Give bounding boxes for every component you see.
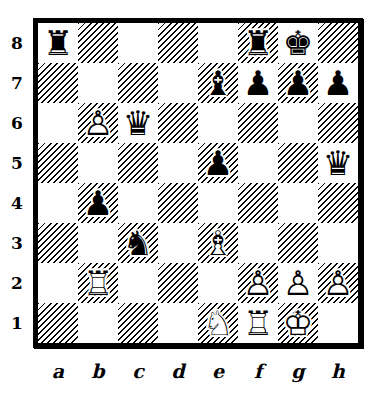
- piece-black-pawn-h7: ♟♟: [318, 63, 358, 103]
- white-pawn-icon: ♙: [278, 263, 318, 303]
- square-h4: [318, 183, 358, 223]
- chess-board: ♜♜♜♜♚♚♝♝♟♟♟♟♟♟♟♙♛♛♟♟♛♛♟♟♞♞♝♗♜♖♟♙♟♙♟♙♞♘♜♖…: [38, 23, 358, 343]
- square-b2: ♜♖: [78, 263, 118, 303]
- rank-label-5: 5: [6, 143, 28, 183]
- black-pawn-icon: ♟: [238, 63, 278, 103]
- black-rook-icon: ♜: [238, 23, 278, 63]
- square-f5: [238, 143, 278, 183]
- file-label-c: c: [118, 357, 158, 385]
- square-a3: [38, 223, 78, 263]
- piece-black-pawn-g7: ♟♟: [278, 63, 318, 103]
- square-c5: [118, 143, 158, 183]
- square-f2: ♟♙: [238, 263, 278, 303]
- piece-white-pawn-f2: ♟♙: [238, 263, 278, 303]
- black-pawn-icon: ♟: [78, 183, 118, 223]
- square-a8: ♜♜: [38, 23, 78, 63]
- file-label-b: b: [78, 357, 118, 385]
- rank-label-4: 4: [6, 183, 28, 223]
- black-queen-icon: ♛: [118, 103, 158, 143]
- square-h7: ♟♟: [318, 63, 358, 103]
- square-d7: [158, 63, 198, 103]
- square-h3: [318, 223, 358, 263]
- rank-label-3: 3: [6, 223, 28, 263]
- rank-label-7: 7: [6, 63, 28, 103]
- square-c3: ♞♞: [118, 223, 158, 263]
- square-b3: [78, 223, 118, 263]
- piece-black-rook-f8: ♜♜: [238, 23, 278, 63]
- square-g5: [278, 143, 318, 183]
- square-c1: [118, 303, 158, 343]
- black-king-icon: ♚: [278, 23, 318, 63]
- square-e7: ♝♝: [198, 63, 238, 103]
- file-label-d: d: [158, 357, 198, 385]
- piece-black-pawn-e5: ♟♟: [198, 143, 238, 183]
- black-pawn-icon: ♟: [278, 63, 318, 103]
- file-label-e: e: [198, 357, 238, 385]
- square-b1: [78, 303, 118, 343]
- square-a6: [38, 103, 78, 143]
- square-h2: ♟♙: [318, 263, 358, 303]
- square-f3: [238, 223, 278, 263]
- square-e6: [198, 103, 238, 143]
- square-g4: [278, 183, 318, 223]
- square-c2: [118, 263, 158, 303]
- square-e5: ♟♟: [198, 143, 238, 183]
- square-b4: ♟♟: [78, 183, 118, 223]
- piece-black-queen-h5: ♛♛: [318, 143, 358, 183]
- square-f6: [238, 103, 278, 143]
- square-d6: [158, 103, 198, 143]
- square-b5: [78, 143, 118, 183]
- piece-black-rook-a8: ♜♜: [38, 23, 78, 63]
- square-d1: [158, 303, 198, 343]
- square-e4: [198, 183, 238, 223]
- piece-white-king-g1: ♚♔: [278, 303, 318, 343]
- square-c8: [118, 23, 158, 63]
- black-pawn-icon: ♟: [198, 143, 238, 183]
- square-b7: [78, 63, 118, 103]
- piece-white-knight-e1: ♞♘: [198, 303, 238, 343]
- square-g7: ♟♟: [278, 63, 318, 103]
- piece-white-pawn-b6: ♟♙: [78, 103, 118, 143]
- square-b8: [78, 23, 118, 63]
- square-e3: ♝♗: [198, 223, 238, 263]
- square-c4: [118, 183, 158, 223]
- square-d4: [158, 183, 198, 223]
- file-label-a: a: [38, 357, 78, 385]
- square-a2: [38, 263, 78, 303]
- board-frame: ♜♜♜♜♚♚♝♝♟♟♟♟♟♟♟♙♛♛♟♟♛♛♟♟♞♞♝♗♜♖♟♙♟♙♟♙♞♘♜♖…: [33, 18, 363, 348]
- white-king-icon: ♔: [278, 303, 318, 343]
- square-e8: [198, 23, 238, 63]
- black-pawn-icon: ♟: [318, 63, 358, 103]
- square-g1: ♚♔: [278, 303, 318, 343]
- square-e2: [198, 263, 238, 303]
- square-a1: [38, 303, 78, 343]
- square-c6: ♛♛: [118, 103, 158, 143]
- piece-black-pawn-f7: ♟♟: [238, 63, 278, 103]
- piece-black-bishop-e7: ♝♝: [198, 63, 238, 103]
- square-h8: [318, 23, 358, 63]
- piece-white-bishop-e3: ♝♗: [198, 223, 238, 263]
- black-bishop-icon: ♝: [198, 63, 238, 103]
- square-d3: [158, 223, 198, 263]
- square-a4: [38, 183, 78, 223]
- white-rook-icon: ♖: [78, 263, 118, 303]
- square-d5: [158, 143, 198, 183]
- square-a5: [38, 143, 78, 183]
- square-a7: [38, 63, 78, 103]
- rank-label-2: 2: [6, 263, 28, 303]
- square-f8: ♜♜: [238, 23, 278, 63]
- chess-diagram-page: 87654321 ♜♜♜♜♚♚♝♝♟♟♟♟♟♟♟♙♛♛♟♟♛♛♟♟♞♞♝♗♜♖♟…: [0, 0, 391, 399]
- square-e1: ♞♘: [198, 303, 238, 343]
- piece-black-knight-c3: ♞♞: [118, 223, 158, 263]
- square-f1: ♜♖: [238, 303, 278, 343]
- piece-white-pawn-g2: ♟♙: [278, 263, 318, 303]
- rank-label-1: 1: [6, 303, 28, 343]
- rank-label-8: 8: [6, 23, 28, 63]
- square-g6: [278, 103, 318, 143]
- piece-white-pawn-h2: ♟♙: [318, 263, 358, 303]
- file-label-g: g: [278, 357, 318, 385]
- piece-white-rook-f1: ♜♖: [238, 303, 278, 343]
- file-label-h: h: [318, 357, 358, 385]
- white-rook-icon: ♖: [238, 303, 278, 343]
- square-h1: [318, 303, 358, 343]
- black-rook-icon: ♜: [38, 23, 78, 63]
- square-g3: [278, 223, 318, 263]
- black-knight-icon: ♞: [118, 223, 158, 263]
- square-h5: ♛♛: [318, 143, 358, 183]
- white-knight-icon: ♘: [198, 303, 238, 343]
- square-c7: [118, 63, 158, 103]
- white-pawn-icon: ♙: [318, 263, 358, 303]
- square-d8: [158, 23, 198, 63]
- file-label-f: f: [238, 357, 278, 385]
- square-h6: [318, 103, 358, 143]
- rank-label-6: 6: [6, 103, 28, 143]
- square-b6: ♟♙: [78, 103, 118, 143]
- white-pawn-icon: ♙: [78, 103, 118, 143]
- square-g8: ♚♚: [278, 23, 318, 63]
- piece-black-king-g8: ♚♚: [278, 23, 318, 63]
- square-d2: [158, 263, 198, 303]
- black-queen-icon: ♛: [318, 143, 358, 183]
- piece-black-pawn-b4: ♟♟: [78, 183, 118, 223]
- piece-white-rook-b2: ♜♖: [78, 263, 118, 303]
- square-f4: [238, 183, 278, 223]
- white-pawn-icon: ♙: [238, 263, 278, 303]
- square-f7: ♟♟: [238, 63, 278, 103]
- white-bishop-icon: ♗: [198, 223, 238, 263]
- square-g2: ♟♙: [278, 263, 318, 303]
- piece-black-queen-c6: ♛♛: [118, 103, 158, 143]
